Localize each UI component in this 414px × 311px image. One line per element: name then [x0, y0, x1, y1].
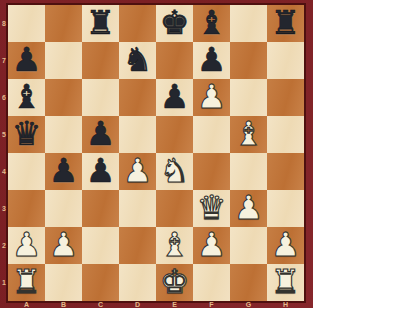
square-h8[interactable]: ♜	[267, 5, 304, 42]
rank-label-8: 8	[0, 5, 8, 42]
square-c3[interactable]	[82, 190, 119, 227]
square-d5[interactable]	[119, 116, 156, 153]
square-c1[interactable]	[82, 264, 119, 301]
square-f7[interactable]: ♟	[193, 42, 230, 79]
square-f6[interactable]: ♟	[193, 79, 230, 116]
square-c6[interactable]	[82, 79, 119, 116]
square-e3[interactable]	[156, 190, 193, 227]
square-e2[interactable]: ♝	[156, 227, 193, 264]
square-c8[interactable]: ♜	[82, 5, 119, 42]
black-knight[interactable]: ♞	[119, 42, 156, 79]
black-pawn[interactable]: ♟	[82, 116, 119, 153]
black-bishop[interactable]: ♝	[8, 79, 45, 116]
square-a7[interactable]: ♟	[8, 42, 45, 79]
square-b4[interactable]: ♟	[45, 153, 82, 190]
square-b7[interactable]	[45, 42, 82, 79]
square-g1[interactable]	[230, 264, 267, 301]
white-pawn[interactable]: ♟	[267, 227, 304, 264]
square-c4[interactable]: ♟	[82, 153, 119, 190]
rank-label-5: 5	[0, 116, 8, 153]
black-queen[interactable]: ♛	[8, 116, 45, 153]
black-rook[interactable]: ♜	[82, 5, 119, 42]
square-c7[interactable]	[82, 42, 119, 79]
square-f5[interactable]	[193, 116, 230, 153]
white-king[interactable]: ♚	[156, 264, 193, 301]
square-a2[interactable]: ♟	[8, 227, 45, 264]
square-g4[interactable]	[230, 153, 267, 190]
square-d8[interactable]	[119, 5, 156, 42]
square-h4[interactable]	[267, 153, 304, 190]
white-pawn[interactable]: ♟	[193, 227, 230, 264]
rank-label-1: 1	[0, 264, 8, 301]
square-b6[interactable]	[45, 79, 82, 116]
file-label-f: F	[193, 301, 230, 308]
square-d7[interactable]: ♞	[119, 42, 156, 79]
square-b3[interactable]	[45, 190, 82, 227]
white-rook[interactable]: ♜	[8, 264, 45, 301]
square-e7[interactable]	[156, 42, 193, 79]
square-b2[interactable]: ♟	[45, 227, 82, 264]
white-bishop[interactable]: ♝	[156, 227, 193, 264]
file-label-b: B	[45, 301, 82, 308]
square-h7[interactable]	[267, 42, 304, 79]
file-label-c: C	[82, 301, 119, 308]
file-label-a: A	[8, 301, 45, 308]
square-a8[interactable]	[8, 5, 45, 42]
black-pawn[interactable]: ♟	[45, 153, 82, 190]
square-h3[interactable]	[267, 190, 304, 227]
file-label-g: G	[230, 301, 267, 308]
square-d1[interactable]	[119, 264, 156, 301]
black-rook[interactable]: ♜	[267, 5, 304, 42]
square-h2[interactable]: ♟	[267, 227, 304, 264]
square-e6[interactable]: ♟	[156, 79, 193, 116]
rank-label-3: 3	[0, 190, 8, 227]
square-h6[interactable]	[267, 79, 304, 116]
rank-label-4: 4	[0, 153, 8, 190]
square-f3[interactable]: ♛	[193, 190, 230, 227]
black-bishop[interactable]: ♝	[193, 5, 230, 42]
rank-label-7: 7	[0, 42, 8, 79]
square-d4[interactable]: ♟	[119, 153, 156, 190]
square-g8[interactable]	[230, 5, 267, 42]
board-grid: ♜♚♝♜♟♞♟♝♟♟♛♟♝♟♟♟♞♛♟♟♟♝♟♟♜♚♜	[8, 5, 304, 301]
square-a1[interactable]: ♜	[8, 264, 45, 301]
rank-label-6: 6	[0, 79, 8, 116]
square-g6[interactable]	[230, 79, 267, 116]
chess-board: ♜♚♝♜♟♞♟♝♟♟♛♟♝♟♟♟♞♛♟♟♟♝♟♟♜♚♜ 87654321 ABC…	[0, 0, 313, 308]
square-f1[interactable]	[193, 264, 230, 301]
white-knight[interactable]: ♞	[156, 153, 193, 190]
file-label-d: D	[119, 301, 156, 308]
square-e1[interactable]: ♚	[156, 264, 193, 301]
square-g2[interactable]	[230, 227, 267, 264]
square-c5[interactable]: ♟	[82, 116, 119, 153]
black-pawn[interactable]: ♟	[82, 153, 119, 190]
square-b5[interactable]	[45, 116, 82, 153]
white-pawn[interactable]: ♟	[230, 190, 267, 227]
black-pawn[interactable]: ♟	[8, 42, 45, 79]
black-king[interactable]: ♚	[156, 5, 193, 42]
square-g7[interactable]	[230, 42, 267, 79]
rank-label-2: 2	[0, 227, 8, 264]
black-pawn[interactable]: ♟	[156, 79, 193, 116]
square-a4[interactable]	[8, 153, 45, 190]
square-e8[interactable]: ♚	[156, 5, 193, 42]
square-d2[interactable]	[119, 227, 156, 264]
square-b8[interactable]	[45, 5, 82, 42]
white-rook[interactable]: ♜	[267, 264, 304, 301]
black-pawn[interactable]: ♟	[193, 42, 230, 79]
square-d3[interactable]	[119, 190, 156, 227]
square-g3[interactable]: ♟	[230, 190, 267, 227]
white-pawn[interactable]: ♟	[119, 153, 156, 190]
square-b1[interactable]	[45, 264, 82, 301]
file-label-e: E	[156, 301, 193, 308]
file-label-h: H	[267, 301, 304, 308]
square-h5[interactable]	[267, 116, 304, 153]
white-pawn[interactable]: ♟	[8, 227, 45, 264]
square-d6[interactable]	[119, 79, 156, 116]
square-e4[interactable]: ♞	[156, 153, 193, 190]
white-pawn[interactable]: ♟	[45, 227, 82, 264]
white-queen[interactable]: ♛	[193, 190, 230, 227]
square-f8[interactable]: ♝	[193, 5, 230, 42]
square-c2[interactable]	[82, 227, 119, 264]
square-g5[interactable]: ♝	[230, 116, 267, 153]
white-bishop[interactable]: ♝	[230, 116, 267, 153]
square-h1[interactable]: ♜	[267, 264, 304, 301]
square-f2[interactable]: ♟	[193, 227, 230, 264]
square-f4[interactable]	[193, 153, 230, 190]
square-a3[interactable]	[8, 190, 45, 227]
square-a5[interactable]: ♛	[8, 116, 45, 153]
white-pawn[interactable]: ♟	[193, 79, 230, 116]
square-a6[interactable]: ♝	[8, 79, 45, 116]
square-e5[interactable]	[156, 116, 193, 153]
